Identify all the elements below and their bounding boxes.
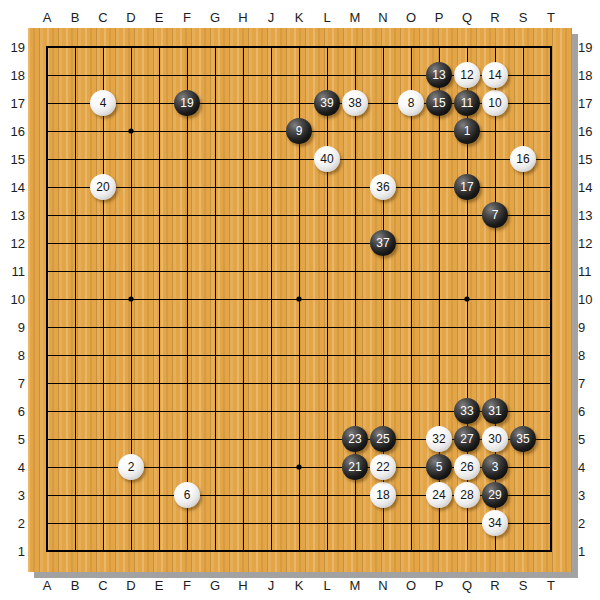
column-label-bottom-D: D bbox=[126, 579, 135, 592]
stone-black-R3: 29 bbox=[482, 482, 508, 508]
row-label-left-19: 19 bbox=[3, 41, 25, 54]
column-label-top-H: H bbox=[238, 11, 247, 24]
star-point-D16 bbox=[128, 128, 133, 133]
column-label-bottom-B: B bbox=[71, 579, 80, 592]
row-label-left-11: 11 bbox=[3, 265, 25, 278]
stone-white-R17: 10 bbox=[482, 90, 508, 116]
row-label-left-9: 9 bbox=[3, 321, 25, 334]
column-label-bottom-F: F bbox=[183, 579, 191, 592]
row-label-right-5: 5 bbox=[578, 433, 600, 446]
stone-black-K16: 9 bbox=[286, 118, 312, 144]
stone-white-O17: 8 bbox=[398, 90, 424, 116]
stone-white-N4: 22 bbox=[370, 454, 396, 480]
stone-move-number: 20 bbox=[96, 181, 109, 193]
row-label-right-19: 19 bbox=[578, 41, 600, 54]
star-point-K10 bbox=[296, 296, 301, 301]
stone-white-Q4: 26 bbox=[454, 454, 480, 480]
row-label-left-15: 15 bbox=[3, 153, 25, 166]
stone-move-number: 30 bbox=[488, 433, 501, 445]
stone-move-number: 13 bbox=[432, 69, 445, 81]
column-label-top-N: N bbox=[378, 11, 387, 24]
stone-move-number: 17 bbox=[460, 181, 473, 193]
column-label-top-J: J bbox=[268, 11, 275, 24]
stone-move-number: 29 bbox=[488, 489, 501, 501]
star-point-K4 bbox=[296, 464, 301, 469]
stone-move-number: 24 bbox=[432, 489, 445, 501]
stone-move-number: 35 bbox=[516, 433, 529, 445]
stone-black-P4: 5 bbox=[426, 454, 452, 480]
row-label-right-18: 18 bbox=[578, 69, 600, 82]
stone-black-Q5: 27 bbox=[454, 426, 480, 452]
stone-move-number: 34 bbox=[488, 517, 501, 529]
row-label-right-4: 4 bbox=[578, 461, 600, 474]
stone-white-C14: 20 bbox=[90, 174, 116, 200]
column-label-top-L: L bbox=[323, 11, 330, 24]
go-board-diagram: AABBCCDDEEFFGGHHJJKKLLMMNNOOPPQQRRSSTT19… bbox=[0, 0, 600, 600]
column-label-top-M: M bbox=[350, 11, 361, 24]
column-label-top-Q: Q bbox=[462, 11, 472, 24]
stone-move-number: 25 bbox=[376, 433, 389, 445]
star-point-Q10 bbox=[464, 296, 469, 301]
stone-move-number: 18 bbox=[376, 489, 389, 501]
row-label-right-13: 13 bbox=[578, 209, 600, 222]
column-label-bottom-G: G bbox=[210, 579, 220, 592]
stone-move-number: 6 bbox=[184, 489, 191, 501]
row-label-left-2: 2 bbox=[3, 517, 25, 530]
goban[interactable]: 1234567891011121314151617181920212223242… bbox=[28, 28, 572, 572]
stone-move-number: 28 bbox=[460, 489, 473, 501]
row-label-right-2: 2 bbox=[578, 517, 600, 530]
column-label-bottom-L: L bbox=[323, 579, 330, 592]
column-label-bottom-T: T bbox=[547, 579, 555, 592]
row-label-left-10: 10 bbox=[3, 293, 25, 306]
stone-white-P3: 24 bbox=[426, 482, 452, 508]
row-label-left-1: 1 bbox=[3, 545, 25, 558]
row-label-left-3: 3 bbox=[3, 489, 25, 502]
stone-black-M5: 23 bbox=[342, 426, 368, 452]
row-label-left-17: 17 bbox=[3, 97, 25, 110]
stone-black-R6: 31 bbox=[482, 398, 508, 424]
row-label-left-14: 14 bbox=[3, 181, 25, 194]
row-label-right-7: 7 bbox=[578, 377, 600, 390]
row-label-left-12: 12 bbox=[3, 237, 25, 250]
column-label-bottom-C: C bbox=[98, 579, 107, 592]
stone-move-number: 14 bbox=[488, 69, 501, 81]
stone-move-number: 40 bbox=[320, 153, 333, 165]
row-label-left-6: 6 bbox=[3, 405, 25, 418]
column-label-top-F: F bbox=[183, 11, 191, 24]
stone-white-N3: 18 bbox=[370, 482, 396, 508]
stone-move-number: 9 bbox=[296, 125, 303, 137]
stone-black-F17: 19 bbox=[174, 90, 200, 116]
stone-move-number: 23 bbox=[348, 433, 361, 445]
column-label-bottom-P: P bbox=[435, 579, 444, 592]
stone-white-S15: 16 bbox=[510, 146, 536, 172]
row-label-left-18: 18 bbox=[3, 69, 25, 82]
row-label-right-9: 9 bbox=[578, 321, 600, 334]
stone-move-number: 37 bbox=[376, 237, 389, 249]
stone-black-Q6: 33 bbox=[454, 398, 480, 424]
stone-black-R13: 7 bbox=[482, 202, 508, 228]
stone-white-Q18: 12 bbox=[454, 62, 480, 88]
stone-move-number: 26 bbox=[460, 461, 473, 473]
column-label-top-G: G bbox=[210, 11, 220, 24]
stone-move-number: 21 bbox=[348, 461, 361, 473]
row-label-right-8: 8 bbox=[578, 349, 600, 362]
stone-move-number: 32 bbox=[432, 433, 445, 445]
stone-move-number: 33 bbox=[460, 405, 473, 417]
row-label-right-6: 6 bbox=[578, 405, 600, 418]
stone-move-number: 15 bbox=[432, 97, 445, 109]
row-label-right-16: 16 bbox=[578, 125, 600, 138]
column-label-top-A: A bbox=[43, 11, 52, 24]
row-label-left-4: 4 bbox=[3, 461, 25, 474]
column-label-top-B: B bbox=[71, 11, 80, 24]
stone-black-N5: 25 bbox=[370, 426, 396, 452]
stone-move-number: 8 bbox=[408, 97, 415, 109]
row-label-right-1: 1 bbox=[578, 545, 600, 558]
row-label-right-11: 11 bbox=[578, 265, 600, 278]
row-label-right-10: 10 bbox=[578, 293, 600, 306]
row-label-right-17: 17 bbox=[578, 97, 600, 110]
stone-black-P18: 13 bbox=[426, 62, 452, 88]
stone-black-N12: 37 bbox=[370, 230, 396, 256]
stone-move-number: 22 bbox=[376, 461, 389, 473]
column-label-bottom-O: O bbox=[406, 579, 416, 592]
stone-white-R2: 34 bbox=[482, 510, 508, 536]
column-label-top-R: R bbox=[490, 11, 499, 24]
stone-white-D4: 2 bbox=[118, 454, 144, 480]
stone-black-L17: 39 bbox=[314, 90, 340, 116]
stone-black-P17: 15 bbox=[426, 90, 452, 116]
stone-white-M17: 38 bbox=[342, 90, 368, 116]
stone-move-number: 19 bbox=[180, 97, 193, 109]
stone-white-C17: 4 bbox=[90, 90, 116, 116]
stone-white-Q3: 28 bbox=[454, 482, 480, 508]
column-label-bottom-Q: Q bbox=[462, 579, 472, 592]
column-label-bottom-H: H bbox=[238, 579, 247, 592]
stone-move-number: 5 bbox=[436, 461, 443, 473]
column-label-bottom-S: S bbox=[519, 579, 528, 592]
column-label-bottom-N: N bbox=[378, 579, 387, 592]
stone-move-number: 7 bbox=[492, 209, 499, 221]
stone-move-number: 39 bbox=[320, 97, 333, 109]
stone-move-number: 27 bbox=[460, 433, 473, 445]
column-label-top-E: E bbox=[155, 11, 164, 24]
column-label-top-C: C bbox=[98, 11, 107, 24]
row-label-left-8: 8 bbox=[3, 349, 25, 362]
stone-move-number: 1 bbox=[464, 125, 471, 137]
column-label-top-T: T bbox=[547, 11, 555, 24]
column-label-bottom-K: K bbox=[295, 579, 304, 592]
stone-white-F3: 6 bbox=[174, 482, 200, 508]
stone-move-number: 12 bbox=[460, 69, 473, 81]
stone-white-P5: 32 bbox=[426, 426, 452, 452]
stone-white-N14: 36 bbox=[370, 174, 396, 200]
row-label-left-5: 5 bbox=[3, 433, 25, 446]
stone-black-Q14: 17 bbox=[454, 174, 480, 200]
stone-move-number: 11 bbox=[461, 97, 473, 109]
stone-move-number: 16 bbox=[516, 153, 529, 165]
stone-move-number: 3 bbox=[492, 461, 499, 473]
column-label-bottom-A: A bbox=[43, 579, 52, 592]
stone-move-number: 36 bbox=[376, 181, 389, 193]
star-point-D10 bbox=[128, 296, 133, 301]
stone-black-Q16: 1 bbox=[454, 118, 480, 144]
stone-move-number: 31 bbox=[488, 405, 501, 417]
row-label-right-15: 15 bbox=[578, 153, 600, 166]
column-label-top-P: P bbox=[435, 11, 444, 24]
stone-black-M4: 21 bbox=[342, 454, 368, 480]
column-label-bottom-M: M bbox=[350, 579, 361, 592]
column-label-bottom-E: E bbox=[155, 579, 164, 592]
column-label-bottom-R: R bbox=[490, 579, 499, 592]
stone-black-Q17: 11 bbox=[454, 90, 480, 116]
row-label-right-14: 14 bbox=[578, 181, 600, 194]
column-label-top-S: S bbox=[519, 11, 528, 24]
row-label-left-13: 13 bbox=[3, 209, 25, 222]
stone-move-number: 38 bbox=[348, 97, 361, 109]
stone-move-number: 2 bbox=[128, 461, 135, 473]
stone-white-L15: 40 bbox=[314, 146, 340, 172]
stone-move-number: 4 bbox=[100, 97, 107, 109]
stone-move-number: 10 bbox=[488, 97, 501, 109]
row-label-right-12: 12 bbox=[578, 237, 600, 250]
stone-white-R5: 30 bbox=[482, 426, 508, 452]
column-label-top-O: O bbox=[406, 11, 416, 24]
stone-black-S5: 35 bbox=[510, 426, 536, 452]
column-label-top-K: K bbox=[295, 11, 304, 24]
row-label-right-3: 3 bbox=[578, 489, 600, 502]
row-label-left-7: 7 bbox=[3, 377, 25, 390]
column-label-top-D: D bbox=[126, 11, 135, 24]
stone-black-R4: 3 bbox=[482, 454, 508, 480]
row-label-left-16: 16 bbox=[3, 125, 25, 138]
stone-white-R18: 14 bbox=[482, 62, 508, 88]
column-label-bottom-J: J bbox=[268, 579, 275, 592]
